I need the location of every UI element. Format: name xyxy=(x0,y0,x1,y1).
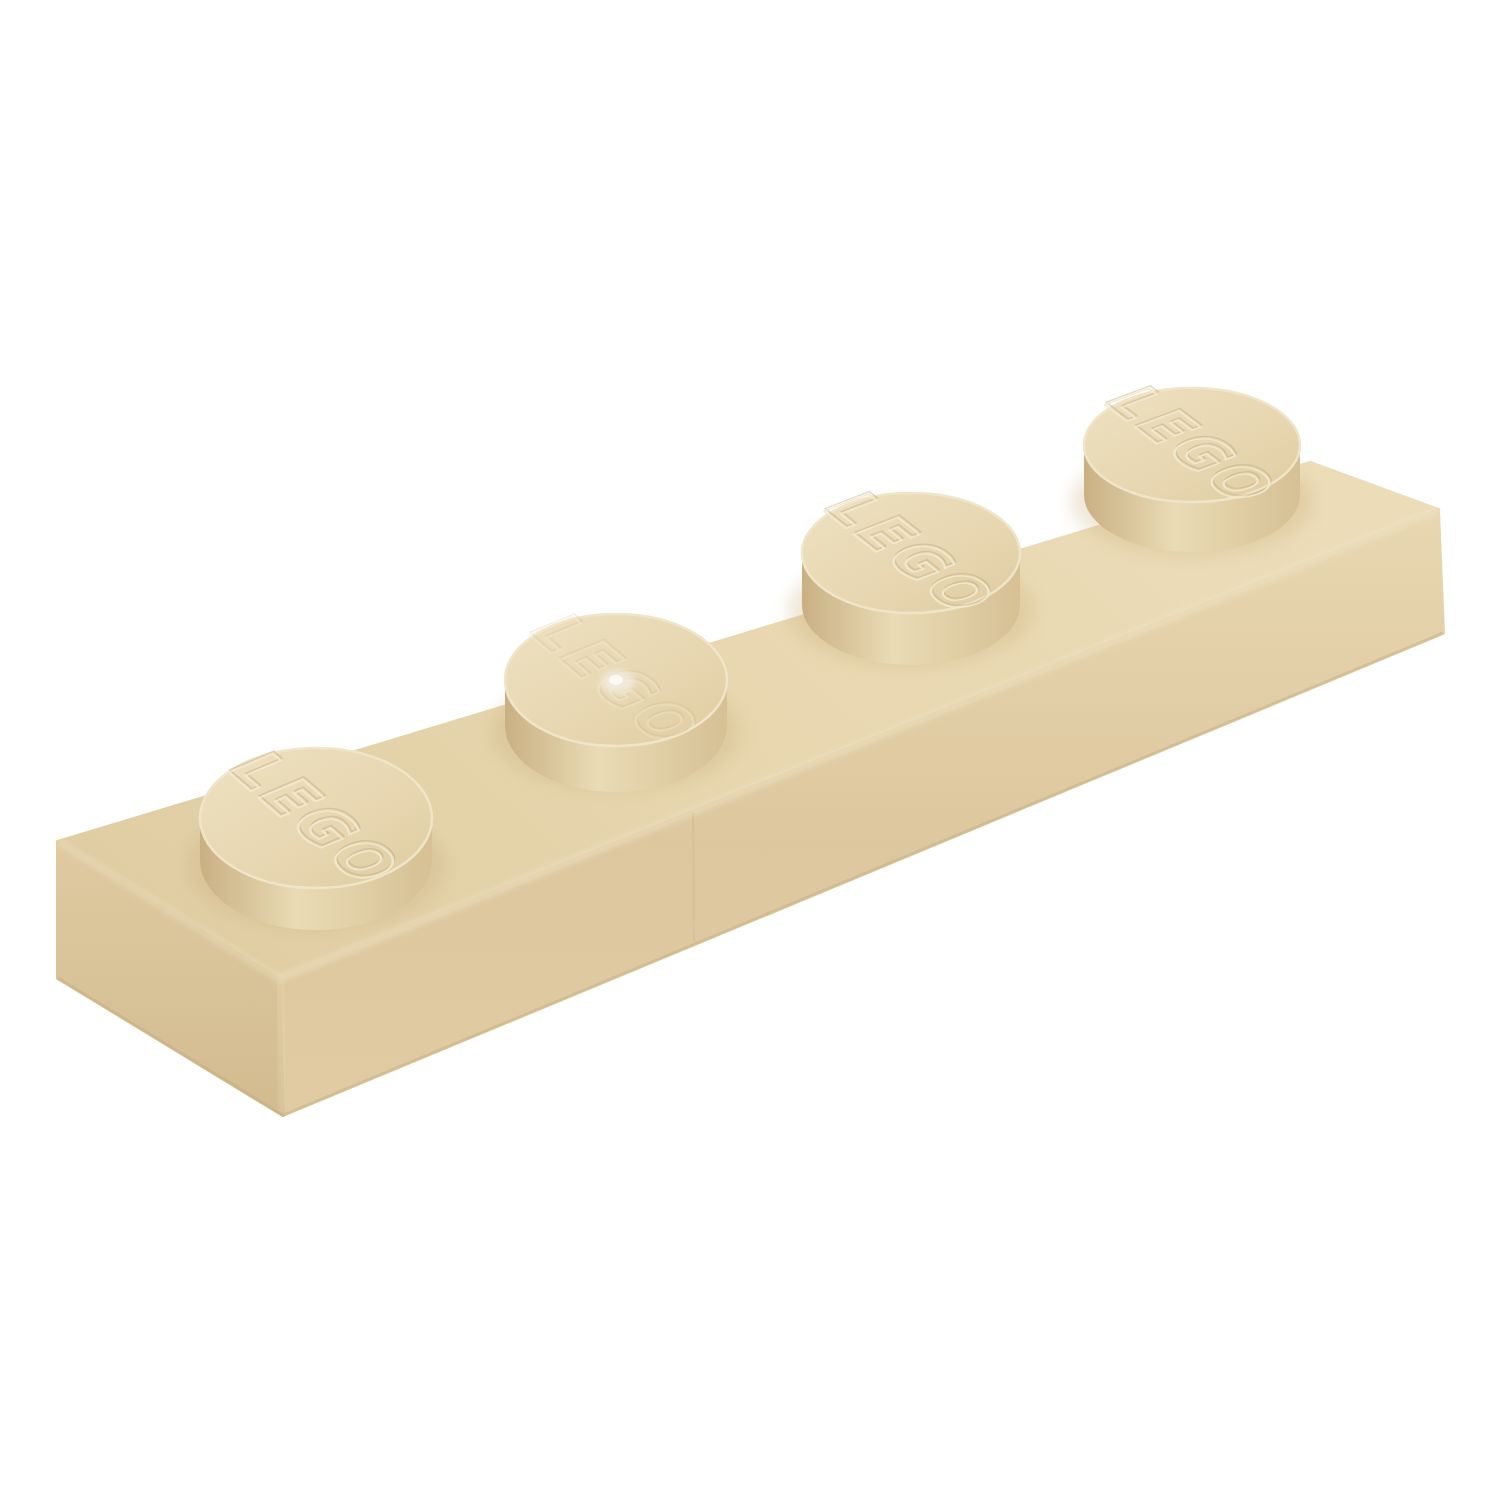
lego-plate-photo: LEGO LEGO LEGO LEGO LEGO LEGO xyxy=(0,0,1500,1500)
mold-parting-line xyxy=(693,813,694,942)
photo-canvas: LEGO LEGO LEGO LEGO LEGO LEGO xyxy=(0,0,1500,1500)
stud-2-molding-pip-dot xyxy=(609,675,623,685)
